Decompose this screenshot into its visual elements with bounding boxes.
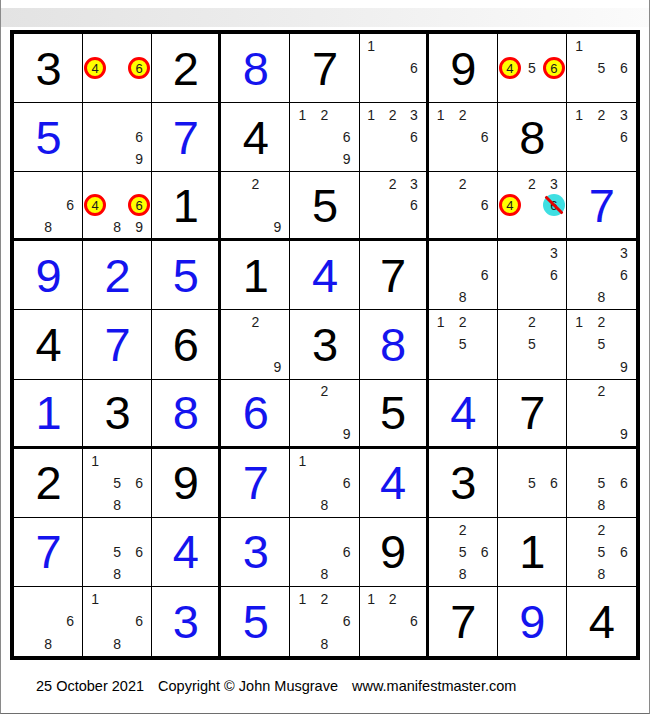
candidate: 1: [575, 315, 583, 329]
pencil-marks: 68: [430, 242, 496, 308]
footer-website: www.manifestmaster.com: [352, 678, 516, 694]
candidate: 2: [251, 315, 259, 329]
candidate: 2: [598, 108, 606, 122]
candidate: 6: [343, 130, 351, 144]
pencil-marks: 1259: [568, 311, 635, 377]
candidate: 1: [367, 592, 375, 606]
candidate: 6: [481, 545, 489, 559]
given-digit: 1: [173, 182, 198, 229]
given-digit: 4: [243, 114, 268, 161]
candidate: 2: [528, 315, 536, 329]
candidate: 8: [598, 567, 606, 581]
given-digit: 4: [589, 598, 614, 645]
candidate: 1: [299, 592, 307, 606]
cell-r2c8[interactable]: 8: [498, 103, 567, 172]
pencil-marks: 2568: [568, 519, 635, 585]
solved-digit: 7: [105, 321, 130, 368]
candidate: 2: [459, 315, 467, 329]
pencil-marks: 29: [222, 173, 288, 237]
pencil-marks: 368: [568, 242, 635, 308]
candidate: 8: [44, 637, 52, 651]
pencil-marks: 29: [222, 311, 288, 377]
candidate: 5: [598, 476, 606, 490]
cell-r4c6[interactable]: 7: [360, 241, 429, 310]
candidate-circled-yellow: 6: [128, 194, 150, 216]
cell-r3c9[interactable]: 7: [567, 172, 636, 241]
given-digit: 8: [519, 114, 544, 161]
cell-r3c3[interactable]: 1: [152, 172, 221, 241]
candidate: 9: [135, 220, 143, 234]
given-digit: 3: [35, 45, 60, 92]
candidate: 6: [135, 476, 143, 490]
cell-r3c5[interactable]: 5: [290, 172, 359, 241]
candidate: 1: [437, 315, 445, 329]
pencil-marks: 25: [499, 311, 565, 377]
cell-r6c7[interactable]: 4: [429, 380, 498, 449]
cell-r3c4[interactable]: 29: [221, 172, 290, 241]
cell-r8c5[interactable]: 68: [290, 518, 359, 587]
candidate: 6: [66, 614, 74, 628]
candidate: 3: [550, 246, 558, 260]
given-digit: 9: [173, 459, 198, 506]
solved-digit: 2: [105, 252, 130, 299]
candidate: 5: [528, 476, 536, 490]
candidate: 8: [321, 498, 329, 512]
cell-r2c1[interactable]: 5: [14, 103, 83, 172]
cell-r2c3[interactable]: 7: [152, 103, 221, 172]
candidate: 9: [274, 360, 282, 374]
candidate: 1: [367, 108, 375, 122]
candidate: 9: [343, 427, 351, 441]
pencil-marks: 568: [568, 450, 635, 516]
given-digit: 2: [35, 459, 60, 506]
candidate: 6: [410, 614, 418, 628]
candidate: 5: [113, 545, 121, 559]
given-digit: 2: [173, 45, 198, 92]
cell-r1c2[interactable]: 46: [83, 34, 152, 103]
candidate-circled-yellow: 4: [84, 194, 106, 216]
solved-digit: 4: [173, 528, 198, 575]
given-digit: 1: [243, 252, 268, 299]
candidate: 6: [343, 476, 351, 490]
cell-r9c5[interactable]: 1268: [290, 587, 359, 656]
candidate: 3: [550, 177, 558, 191]
cell-r1c9[interactable]: 156: [567, 34, 636, 103]
candidate: 2: [321, 108, 329, 122]
candidate: 6: [550, 268, 558, 282]
candidate: 2: [459, 108, 467, 122]
cell-r3c7[interactable]: 26: [429, 172, 498, 241]
candidate: 6: [481, 130, 489, 144]
candidate: 6: [620, 268, 628, 282]
cell-r5c8[interactable]: 25: [498, 310, 567, 379]
cell-r5c9[interactable]: 1259: [567, 310, 636, 379]
cell-r5c3[interactable]: 6: [152, 310, 221, 379]
candidate: 8: [113, 637, 121, 651]
candidate: 1: [91, 454, 99, 468]
candidate: 6: [481, 198, 489, 212]
solved-digit: 4: [380, 459, 405, 506]
cell-r4c2[interactable]: 2: [83, 241, 152, 310]
pencil-marks: 68: [15, 173, 81, 237]
pencil-marks: 236: [361, 173, 425, 237]
candidate: 5: [598, 545, 606, 559]
pencil-marks: 4689: [84, 173, 150, 237]
pencil-marks: 456: [499, 35, 565, 101]
candidate: 8: [321, 567, 329, 581]
candidate: 8: [113, 567, 121, 581]
candidate-circled-yellow: 4: [499, 194, 521, 216]
candidate: 6: [481, 268, 489, 282]
candidate: 3: [620, 246, 628, 260]
candidate-circled-yellow: 4: [499, 57, 521, 79]
candidate: 8: [44, 220, 52, 234]
candidate: 1: [299, 454, 307, 468]
cell-r3c8[interactable]: 2346: [498, 172, 567, 241]
cell-r1c1[interactable]: 3: [14, 34, 83, 103]
footer-date: 25 October 2021: [36, 678, 144, 694]
cell-r7c9[interactable]: 568: [567, 449, 636, 518]
candidate: 6: [550, 476, 558, 490]
given-digit: 9: [380, 528, 405, 575]
solved-digit: 8: [243, 45, 268, 92]
pencil-marks: 29: [291, 381, 357, 445]
sudoku-board: 3462871694561565697412691236126812366846…: [10, 30, 640, 660]
solved-digit: 1: [35, 389, 60, 436]
candidate: 5: [459, 337, 467, 351]
cell-r5c1[interactable]: 4: [14, 310, 83, 379]
cell-r2c4[interactable]: 4: [221, 103, 290, 172]
candidate: 9: [343, 152, 351, 166]
cell-r1c3[interactable]: 2: [152, 34, 221, 103]
cell-r9c1[interactable]: 68: [14, 587, 83, 656]
candidate: 6: [66, 198, 74, 212]
cell-r8c8[interactable]: 1: [498, 518, 567, 587]
cell-r4c4[interactable]: 1: [221, 241, 290, 310]
solved-digit: 5: [243, 598, 268, 645]
pencil-marks: 29: [568, 381, 635, 445]
given-digit: 7: [312, 45, 337, 92]
cell-r4c3[interactable]: 5: [152, 241, 221, 310]
candidate: 2: [598, 523, 606, 537]
pencil-marks: 125: [430, 311, 496, 377]
candidate-circled-yellow: 6: [543, 57, 565, 79]
pencil-marks: 2346: [499, 173, 565, 237]
candidate: 2: [321, 592, 329, 606]
solved-digit: 4: [450, 389, 475, 436]
cell-r2c5[interactable]: 1269: [290, 103, 359, 172]
cell-r9c8[interactable]: 9: [498, 587, 567, 656]
cell-r2c7[interactable]: 126: [429, 103, 498, 172]
cell-r7c7[interactable]: 3: [429, 449, 498, 518]
cell-r6c9[interactable]: 29: [567, 380, 636, 449]
solved-digit: 7: [173, 114, 198, 161]
candidate: 1: [575, 108, 583, 122]
pencil-marks: 56: [499, 450, 565, 516]
pencil-marks: 1269: [291, 104, 357, 170]
cell-r4c5[interactable]: 4: [290, 241, 359, 310]
candidate: 1: [437, 108, 445, 122]
candidate: 8: [598, 498, 606, 512]
pencil-marks: 568: [84, 519, 150, 585]
candidate: 9: [274, 220, 282, 234]
candidate: 6: [410, 198, 418, 212]
cell-r9c3[interactable]: 3: [152, 587, 221, 656]
cell-r5c6[interactable]: 8: [360, 310, 429, 379]
cell-r9c7[interactable]: 7: [429, 587, 498, 656]
given-digit: 4: [35, 321, 60, 368]
candidate: 6: [343, 614, 351, 628]
candidate: 1: [299, 108, 307, 122]
candidate: 5: [528, 61, 536, 75]
cell-r6c8[interactable]: 7: [498, 380, 567, 449]
candidate: 6: [135, 130, 143, 144]
cell-r7c6[interactable]: 4: [360, 449, 429, 518]
candidate: 5: [113, 476, 121, 490]
cell-r2c6[interactable]: 1236: [360, 103, 429, 172]
candidate: 6: [620, 545, 628, 559]
given-digit: 9: [450, 45, 475, 92]
pencil-marks: 1236: [568, 104, 635, 170]
cell-r5c7[interactable]: 125: [429, 310, 498, 379]
cell-r4c1[interactable]: 9: [14, 241, 83, 310]
candidate: 5: [528, 337, 536, 351]
candidate: 6: [620, 61, 628, 75]
candidate: 2: [389, 592, 397, 606]
solved-digit: 5: [173, 252, 198, 299]
cell-r7c8[interactable]: 56: [498, 449, 567, 518]
pencil-marks: 126: [430, 104, 496, 170]
solved-digit: 3: [173, 598, 198, 645]
cell-r7c3[interactable]: 9: [152, 449, 221, 518]
candidate: 2: [598, 315, 606, 329]
pencil-marks: 156: [568, 35, 635, 101]
cell-r6c1[interactable]: 1: [14, 380, 83, 449]
candidate: 8: [459, 567, 467, 581]
solved-digit: 5: [35, 114, 60, 161]
candidate: 3: [410, 108, 418, 122]
cell-r9c4[interactable]: 5: [221, 587, 290, 656]
cell-r5c2[interactable]: 7: [83, 310, 152, 379]
candidate: 8: [459, 290, 467, 304]
pencil-marks: 168: [291, 450, 357, 516]
cell-r3c1[interactable]: 68: [14, 172, 83, 241]
candidate: 9: [620, 360, 628, 374]
candidate: 6: [135, 545, 143, 559]
cell-r5c4[interactable]: 29: [221, 310, 290, 379]
candidate: 6: [343, 545, 351, 559]
candidate: 5: [598, 337, 606, 351]
cell-r4c9[interactable]: 368: [567, 241, 636, 310]
cell-r9c6[interactable]: 126: [360, 587, 429, 656]
solved-digit: 7: [589, 182, 614, 229]
footer-copyright: Copyright © John Musgrave: [158, 678, 338, 694]
candidate: 5: [598, 61, 606, 75]
pencil-marks: 68: [15, 588, 81, 655]
solved-digit: 8: [173, 389, 198, 436]
cell-r3c2[interactable]: 4689: [83, 172, 152, 241]
pencil-marks: 126: [361, 588, 425, 655]
candidate: 6: [135, 614, 143, 628]
candidate: 9: [620, 427, 628, 441]
given-digit: 3: [450, 459, 475, 506]
cell-r8c2[interactable]: 568: [83, 518, 152, 587]
given-digit: 7: [519, 389, 544, 436]
pencil-marks: 168: [84, 588, 150, 655]
candidate-circled-yellow: 6: [128, 57, 150, 79]
cell-r6c4[interactable]: 6: [221, 380, 290, 449]
cell-r8c9[interactable]: 2568: [567, 518, 636, 587]
given-digit: 5: [312, 182, 337, 229]
candidate: 5: [459, 545, 467, 559]
cell-r7c4[interactable]: 7: [221, 449, 290, 518]
candidate: 6: [410, 61, 418, 75]
candidate: 8: [321, 637, 329, 651]
cell-r6c6[interactable]: 5: [360, 380, 429, 449]
cell-r9c9[interactable]: 4: [567, 587, 636, 656]
given-digit: 3: [312, 321, 337, 368]
cell-r6c5[interactable]: 29: [290, 380, 359, 449]
candidate: 1: [91, 592, 99, 606]
solved-digit: 8: [380, 321, 405, 368]
cell-r3c6[interactable]: 236: [360, 172, 429, 241]
cell-r6c2[interactable]: 3: [83, 380, 152, 449]
solved-digit: 4: [312, 252, 337, 299]
pencil-marks: 46: [84, 35, 150, 101]
cell-r8c6[interactable]: 9: [360, 518, 429, 587]
cell-r9c2[interactable]: 168: [83, 587, 152, 656]
cell-r5c5[interactable]: 3: [290, 310, 359, 379]
candidate: 2: [321, 384, 329, 398]
cell-r4c8[interactable]: 36: [498, 241, 567, 310]
candidate: 1: [367, 39, 375, 53]
cell-r6c3[interactable]: 8: [152, 380, 221, 449]
cell-r8c3[interactable]: 4: [152, 518, 221, 587]
cell-r1c8[interactable]: 456: [498, 34, 567, 103]
cell-r2c2[interactable]: 69: [83, 103, 152, 172]
cell-r8c4[interactable]: 3: [221, 518, 290, 587]
candidate: 1: [575, 39, 583, 53]
pencil-marks: 69: [84, 104, 150, 170]
cell-r2c9[interactable]: 1236: [567, 103, 636, 172]
candidate: 2: [528, 177, 536, 191]
candidate: 3: [620, 108, 628, 122]
solved-digit: 7: [243, 459, 268, 506]
given-digit: 7: [380, 252, 405, 299]
candidate: 8: [113, 498, 121, 512]
cell-r8c7[interactable]: 2568: [429, 518, 498, 587]
cell-r1c5[interactable]: 7: [290, 34, 359, 103]
solved-digit: 9: [519, 598, 544, 645]
candidate: 2: [459, 523, 467, 537]
cell-r1c6[interactable]: 16: [360, 34, 429, 103]
given-digit: 7: [450, 598, 475, 645]
cell-r4c7[interactable]: 68: [429, 241, 498, 310]
candidate: 2: [251, 177, 259, 191]
solved-digit: 7: [35, 528, 60, 575]
candidate: 2: [389, 177, 397, 191]
candidate: 2: [598, 384, 606, 398]
candidate: 8: [113, 220, 121, 234]
candidate: 9: [135, 152, 143, 166]
candidate: 2: [459, 177, 467, 191]
cell-r8c1[interactable]: 7: [14, 518, 83, 587]
candidate-eliminated-cyan: 6: [543, 194, 565, 216]
candidate: 8: [598, 290, 606, 304]
cell-r1c4[interactable]: 8: [221, 34, 290, 103]
pencil-marks: 26: [430, 173, 496, 237]
candidate: 6: [620, 130, 628, 144]
given-digit: 3: [105, 389, 130, 436]
pencil-marks: 2568: [430, 519, 496, 585]
solved-digit: 3: [243, 528, 268, 575]
given-digit: 5: [380, 389, 405, 436]
pencil-marks: 16: [361, 35, 425, 101]
red-strike-line: [544, 196, 563, 215]
pencil-marks: 36: [499, 242, 565, 308]
candidate: 6: [620, 476, 628, 490]
given-digit: 1: [519, 528, 544, 575]
solved-digit: 9: [35, 252, 60, 299]
candidate: 6: [410, 130, 418, 144]
pencil-marks: 68: [291, 519, 357, 585]
candidate-circled-yellow: 4: [84, 57, 106, 79]
pencil-marks: 1268: [291, 588, 357, 655]
cell-r1c7[interactable]: 9: [429, 34, 498, 103]
pencil-marks: 1236: [361, 104, 425, 170]
solved-digit: 6: [243, 389, 268, 436]
cell-r7c5[interactable]: 168: [290, 449, 359, 518]
given-digit: 6: [173, 321, 198, 368]
footer: 25 October 2021 Copyright © John Musgrav…: [36, 678, 636, 694]
candidate: 2: [389, 108, 397, 122]
candidate: 3: [410, 177, 418, 191]
pencil-marks: 1568: [84, 450, 150, 516]
top-gradient-strip: [0, 8, 650, 27]
cell-r7c2[interactable]: 1568: [83, 449, 152, 518]
cell-r7c1[interactable]: 2: [14, 449, 83, 518]
